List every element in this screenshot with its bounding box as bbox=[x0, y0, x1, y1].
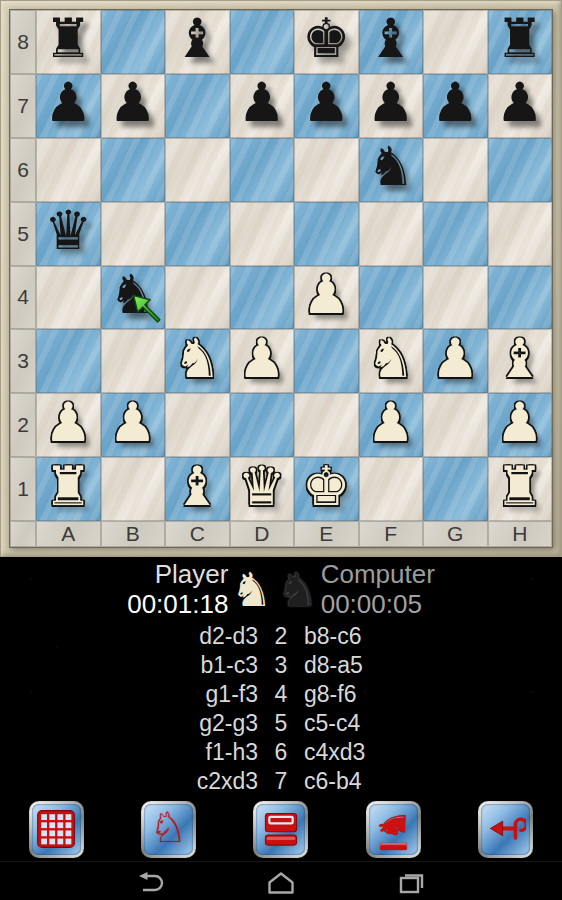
piece-black-pawn: ♟ bbox=[238, 76, 286, 130]
rank-label-6: 6 bbox=[10, 138, 36, 202]
move-black: b8-c6 bbox=[304, 623, 432, 652]
square-d2[interactable] bbox=[230, 393, 295, 457]
piece-black-pawn: ♟ bbox=[44, 76, 92, 130]
square-e4[interactable]: ♟ bbox=[294, 266, 359, 330]
move-black: c6-b4 bbox=[304, 768, 432, 797]
move-white: f1-h3 bbox=[130, 739, 258, 768]
file-label-E: E bbox=[294, 521, 359, 547]
square-d4[interactable] bbox=[230, 266, 295, 330]
chess-board: 8♜♝♚♝♜7♟♟♟♟♟♟♟6♞5♛4♞♟3♞♟♞♟♝2♟♟♟♟1♜♝♛♚♜AB… bbox=[0, 0, 562, 557]
square-h8[interactable]: ♜ bbox=[488, 10, 553, 74]
piece-white-pawn: ♟ bbox=[496, 396, 544, 450]
square-b2[interactable]: ♟ bbox=[101, 393, 166, 457]
move-number: 2 bbox=[258, 623, 304, 652]
white-knight-icon: ♞ bbox=[230, 562, 272, 618]
square-b8[interactable] bbox=[101, 10, 166, 74]
square-c2[interactable] bbox=[165, 393, 230, 457]
square-b3[interactable] bbox=[101, 329, 166, 393]
square-h6[interactable] bbox=[488, 138, 553, 202]
square-a5[interactable]: ♛ bbox=[36, 202, 101, 266]
piece-white-pawn: ♟ bbox=[109, 396, 157, 450]
piece-black-bishop: ♝ bbox=[367, 12, 415, 66]
corner-label bbox=[10, 521, 36, 547]
board-grid-button[interactable] bbox=[29, 801, 84, 858]
piece-black-king: ♚ bbox=[302, 12, 350, 66]
rank-label-3: 3 bbox=[10, 329, 36, 393]
square-g1[interactable] bbox=[423, 457, 488, 521]
move-white: g2-g3 bbox=[130, 710, 258, 739]
last-move-arrow bbox=[130, 292, 164, 326]
square-c1[interactable]: ♝ bbox=[165, 457, 230, 521]
move-white: d2-d3 bbox=[130, 623, 258, 652]
square-c8[interactable]: ♝ bbox=[165, 10, 230, 74]
move-number: 4 bbox=[258, 681, 304, 710]
square-g3[interactable]: ♟ bbox=[423, 329, 488, 393]
square-d8[interactable] bbox=[230, 10, 295, 74]
piece-white-rook: ♜ bbox=[44, 460, 92, 514]
piece-black-pawn: ♟ bbox=[302, 76, 350, 130]
square-d5[interactable] bbox=[230, 202, 295, 266]
square-a8[interactable]: ♜ bbox=[36, 10, 101, 74]
square-g8[interactable] bbox=[423, 10, 488, 74]
file-label-G: G bbox=[423, 521, 488, 547]
panels-button[interactable] bbox=[253, 801, 308, 858]
rank-label-7: 7 bbox=[10, 74, 36, 138]
file-label-A: A bbox=[36, 521, 101, 547]
square-c6[interactable] bbox=[165, 138, 230, 202]
square-a4[interactable] bbox=[36, 266, 101, 330]
piece-white-knight: ♞ bbox=[367, 332, 415, 386]
square-c3[interactable]: ♞ bbox=[165, 329, 230, 393]
tipped-knight-icon: ♞ bbox=[369, 804, 418, 855]
square-e1[interactable]: ♚ bbox=[294, 457, 359, 521]
piece-black-rook: ♜ bbox=[44, 12, 92, 66]
android-navbar bbox=[0, 861, 562, 900]
move-number: 5 bbox=[258, 710, 304, 739]
piece-white-pawn: ♟ bbox=[431, 332, 479, 386]
move-white: b1-c3 bbox=[130, 652, 258, 681]
square-a7[interactable]: ♟ bbox=[36, 74, 101, 138]
file-label-C: C bbox=[165, 521, 230, 547]
piece-black-knight: ♞ bbox=[367, 140, 415, 194]
square-f1[interactable] bbox=[359, 457, 424, 521]
square-h4[interactable] bbox=[488, 266, 553, 330]
square-h3[interactable]: ♝ bbox=[488, 329, 553, 393]
rank-label-5: 5 bbox=[10, 202, 36, 266]
move-black: d8-a5 bbox=[304, 652, 432, 681]
piece-white-king: ♚ bbox=[302, 460, 350, 514]
square-d3[interactable]: ♟ bbox=[230, 329, 295, 393]
piece-black-queen: ♛ bbox=[44, 204, 92, 258]
square-f6[interactable]: ♞ bbox=[359, 138, 424, 202]
square-b1[interactable] bbox=[101, 457, 166, 521]
piece-black-pawn: ♟ bbox=[109, 76, 157, 130]
square-c4[interactable] bbox=[165, 266, 230, 330]
undo-arrow-icon bbox=[481, 804, 530, 855]
move-black: g8-f6 bbox=[304, 681, 432, 710]
computer-player-name: Computer bbox=[321, 560, 435, 589]
move-white: g1-f3 bbox=[130, 681, 258, 710]
chess-app: 8♜♝♚♝♜7♟♟♟♟♟♟♟6♞5♛4♞♟3♞♟♞♟♝2♟♟♟♟1♜♝♛♚♜AB… bbox=[0, 0, 562, 900]
black-player-block: Computer 00:00:05 bbox=[321, 560, 435, 619]
piece-black-pawn: ♟ bbox=[367, 76, 415, 130]
knight-outline-icon: ♘ bbox=[144, 804, 193, 855]
square-g4[interactable] bbox=[423, 266, 488, 330]
square-b4[interactable]: ♞ bbox=[101, 266, 166, 330]
black-knight-icon: ♞ bbox=[277, 562, 319, 618]
computer-player-clock: 00:00:05 bbox=[321, 589, 422, 619]
square-f5[interactable] bbox=[359, 202, 424, 266]
white-player-block: Player 00:01:18 bbox=[127, 560, 228, 619]
white-player-name: Player bbox=[155, 560, 229, 589]
square-d6[interactable] bbox=[230, 138, 295, 202]
move-number: 6 bbox=[258, 739, 304, 768]
toolbar: ♘ ♞ bbox=[0, 797, 562, 861]
square-d7[interactable]: ♟ bbox=[230, 74, 295, 138]
rank-label-2: 2 bbox=[10, 393, 36, 457]
rank-label-8: 8 bbox=[10, 10, 36, 74]
rank-label-1: 1 bbox=[10, 457, 36, 521]
square-f2[interactable]: ♟ bbox=[359, 393, 424, 457]
square-h5[interactable] bbox=[488, 202, 553, 266]
square-a6[interactable] bbox=[36, 138, 101, 202]
square-e5[interactable] bbox=[294, 202, 359, 266]
square-d1[interactable]: ♛ bbox=[230, 457, 295, 521]
square-a1[interactable]: ♜ bbox=[36, 457, 101, 521]
square-e6[interactable] bbox=[294, 138, 359, 202]
piece-white-knight: ♞ bbox=[173, 332, 221, 386]
move-black: c5-c4 bbox=[304, 710, 432, 739]
knight-button[interactable]: ♘ bbox=[141, 801, 196, 858]
square-g7[interactable]: ♟ bbox=[423, 74, 488, 138]
move-white: c2xd3 bbox=[130, 768, 258, 797]
square-f7[interactable]: ♟ bbox=[359, 74, 424, 138]
board-grid: 8♜♝♚♝♜7♟♟♟♟♟♟♟6♞5♛4♞♟3♞♟♞♟♝2♟♟♟♟1♜♝♛♚♜AB… bbox=[9, 9, 553, 548]
square-a3[interactable] bbox=[36, 329, 101, 393]
square-h1[interactable]: ♜ bbox=[488, 457, 553, 521]
square-g5[interactable] bbox=[423, 202, 488, 266]
players-header: Player 00:01:18 ♞ ♞ Computer 00:00:05 bbox=[0, 557, 562, 621]
piece-black-rook: ♜ bbox=[496, 12, 544, 66]
piece-black-pawn: ♟ bbox=[496, 76, 544, 130]
piece-white-pawn: ♟ bbox=[302, 268, 350, 322]
white-player-clock: 00:01:18 bbox=[127, 589, 228, 619]
piece-black-bishop: ♝ bbox=[173, 12, 221, 66]
file-label-D: D bbox=[230, 521, 295, 547]
square-g2[interactable] bbox=[423, 393, 488, 457]
piece-white-pawn: ♟ bbox=[367, 396, 415, 450]
square-a2[interactable]: ♟ bbox=[36, 393, 101, 457]
square-b5[interactable] bbox=[101, 202, 166, 266]
square-f3[interactable]: ♞ bbox=[359, 329, 424, 393]
piece-white-queen: ♛ bbox=[238, 460, 286, 514]
piece-white-bishop: ♝ bbox=[496, 332, 544, 386]
piece-white-pawn: ♟ bbox=[238, 332, 286, 386]
square-e8[interactable]: ♚ bbox=[294, 10, 359, 74]
square-h7[interactable]: ♟ bbox=[488, 74, 553, 138]
square-b7[interactable]: ♟ bbox=[101, 74, 166, 138]
square-h2[interactable]: ♟ bbox=[488, 393, 553, 457]
file-label-B: B bbox=[101, 521, 166, 547]
piece-white-rook: ♜ bbox=[496, 460, 544, 514]
board-grid-icon bbox=[32, 804, 81, 855]
piece-white-bishop: ♝ bbox=[173, 460, 221, 514]
square-c7[interactable] bbox=[165, 74, 230, 138]
file-label-F: F bbox=[359, 521, 424, 547]
stacked-panels-icon bbox=[256, 804, 305, 855]
move-list[interactable]: d2-d32b8-c6b1-c33d8-a5g1-f34g8-f6g2-g35c… bbox=[0, 621, 562, 797]
move-number: 3 bbox=[258, 652, 304, 681]
tipped-knight-button[interactable]: ♞ bbox=[366, 801, 421, 858]
square-b6[interactable] bbox=[101, 138, 166, 202]
undo-button[interactable] bbox=[478, 801, 533, 858]
recents-button[interactable] bbox=[391, 871, 431, 895]
home-button[interactable] bbox=[261, 871, 301, 895]
square-c5[interactable] bbox=[165, 202, 230, 266]
square-e3[interactable] bbox=[294, 329, 359, 393]
square-e7[interactable]: ♟ bbox=[294, 74, 359, 138]
back-button[interactable] bbox=[131, 871, 171, 895]
square-e2[interactable] bbox=[294, 393, 359, 457]
square-f8[interactable]: ♝ bbox=[359, 10, 424, 74]
move-black: c4xd3 bbox=[304, 739, 432, 768]
file-label-H: H bbox=[488, 521, 553, 547]
square-g6[interactable] bbox=[423, 138, 488, 202]
square-f4[interactable] bbox=[359, 266, 424, 330]
info-panel: Player 00:01:18 ♞ ♞ Computer 00:00:05 d2… bbox=[0, 557, 562, 900]
rank-label-4: 4 bbox=[10, 266, 36, 330]
piece-white-pawn: ♟ bbox=[44, 396, 92, 450]
move-number: 7 bbox=[258, 768, 304, 797]
piece-black-pawn: ♟ bbox=[431, 76, 479, 130]
